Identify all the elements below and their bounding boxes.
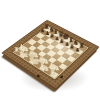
product-photo: ♜♞♝♛♚♝♞♜♟♟♟♟♟♟♟♟♟♟♟♟♟♟♟♟♜♞♝♛♚♝♞♜ [0, 0, 100, 100]
piece-black-pawn[interactable]: ♟ [70, 45, 75, 51]
piece-black-pawn[interactable]: ♟ [60, 39, 65, 44]
piece-black-pawn[interactable]: ♟ [75, 47, 80, 53]
square-d5[interactable] [46, 44, 55, 50]
piece-white-rook[interactable]: ♜ [49, 69, 55, 76]
scene-3d: ♜♞♝♛♚♝♞♜♟♟♟♟♟♟♟♟♟♟♟♟♟♟♟♟♜♞♝♛♚♝♞♜ [0, 0, 100, 100]
chess-case: ♜♞♝♛♚♝♞♜♟♟♟♟♟♟♟♟♟♟♟♟♟♟♟♟♜♞♝♛♚♝♞♜ [1, 20, 100, 90]
